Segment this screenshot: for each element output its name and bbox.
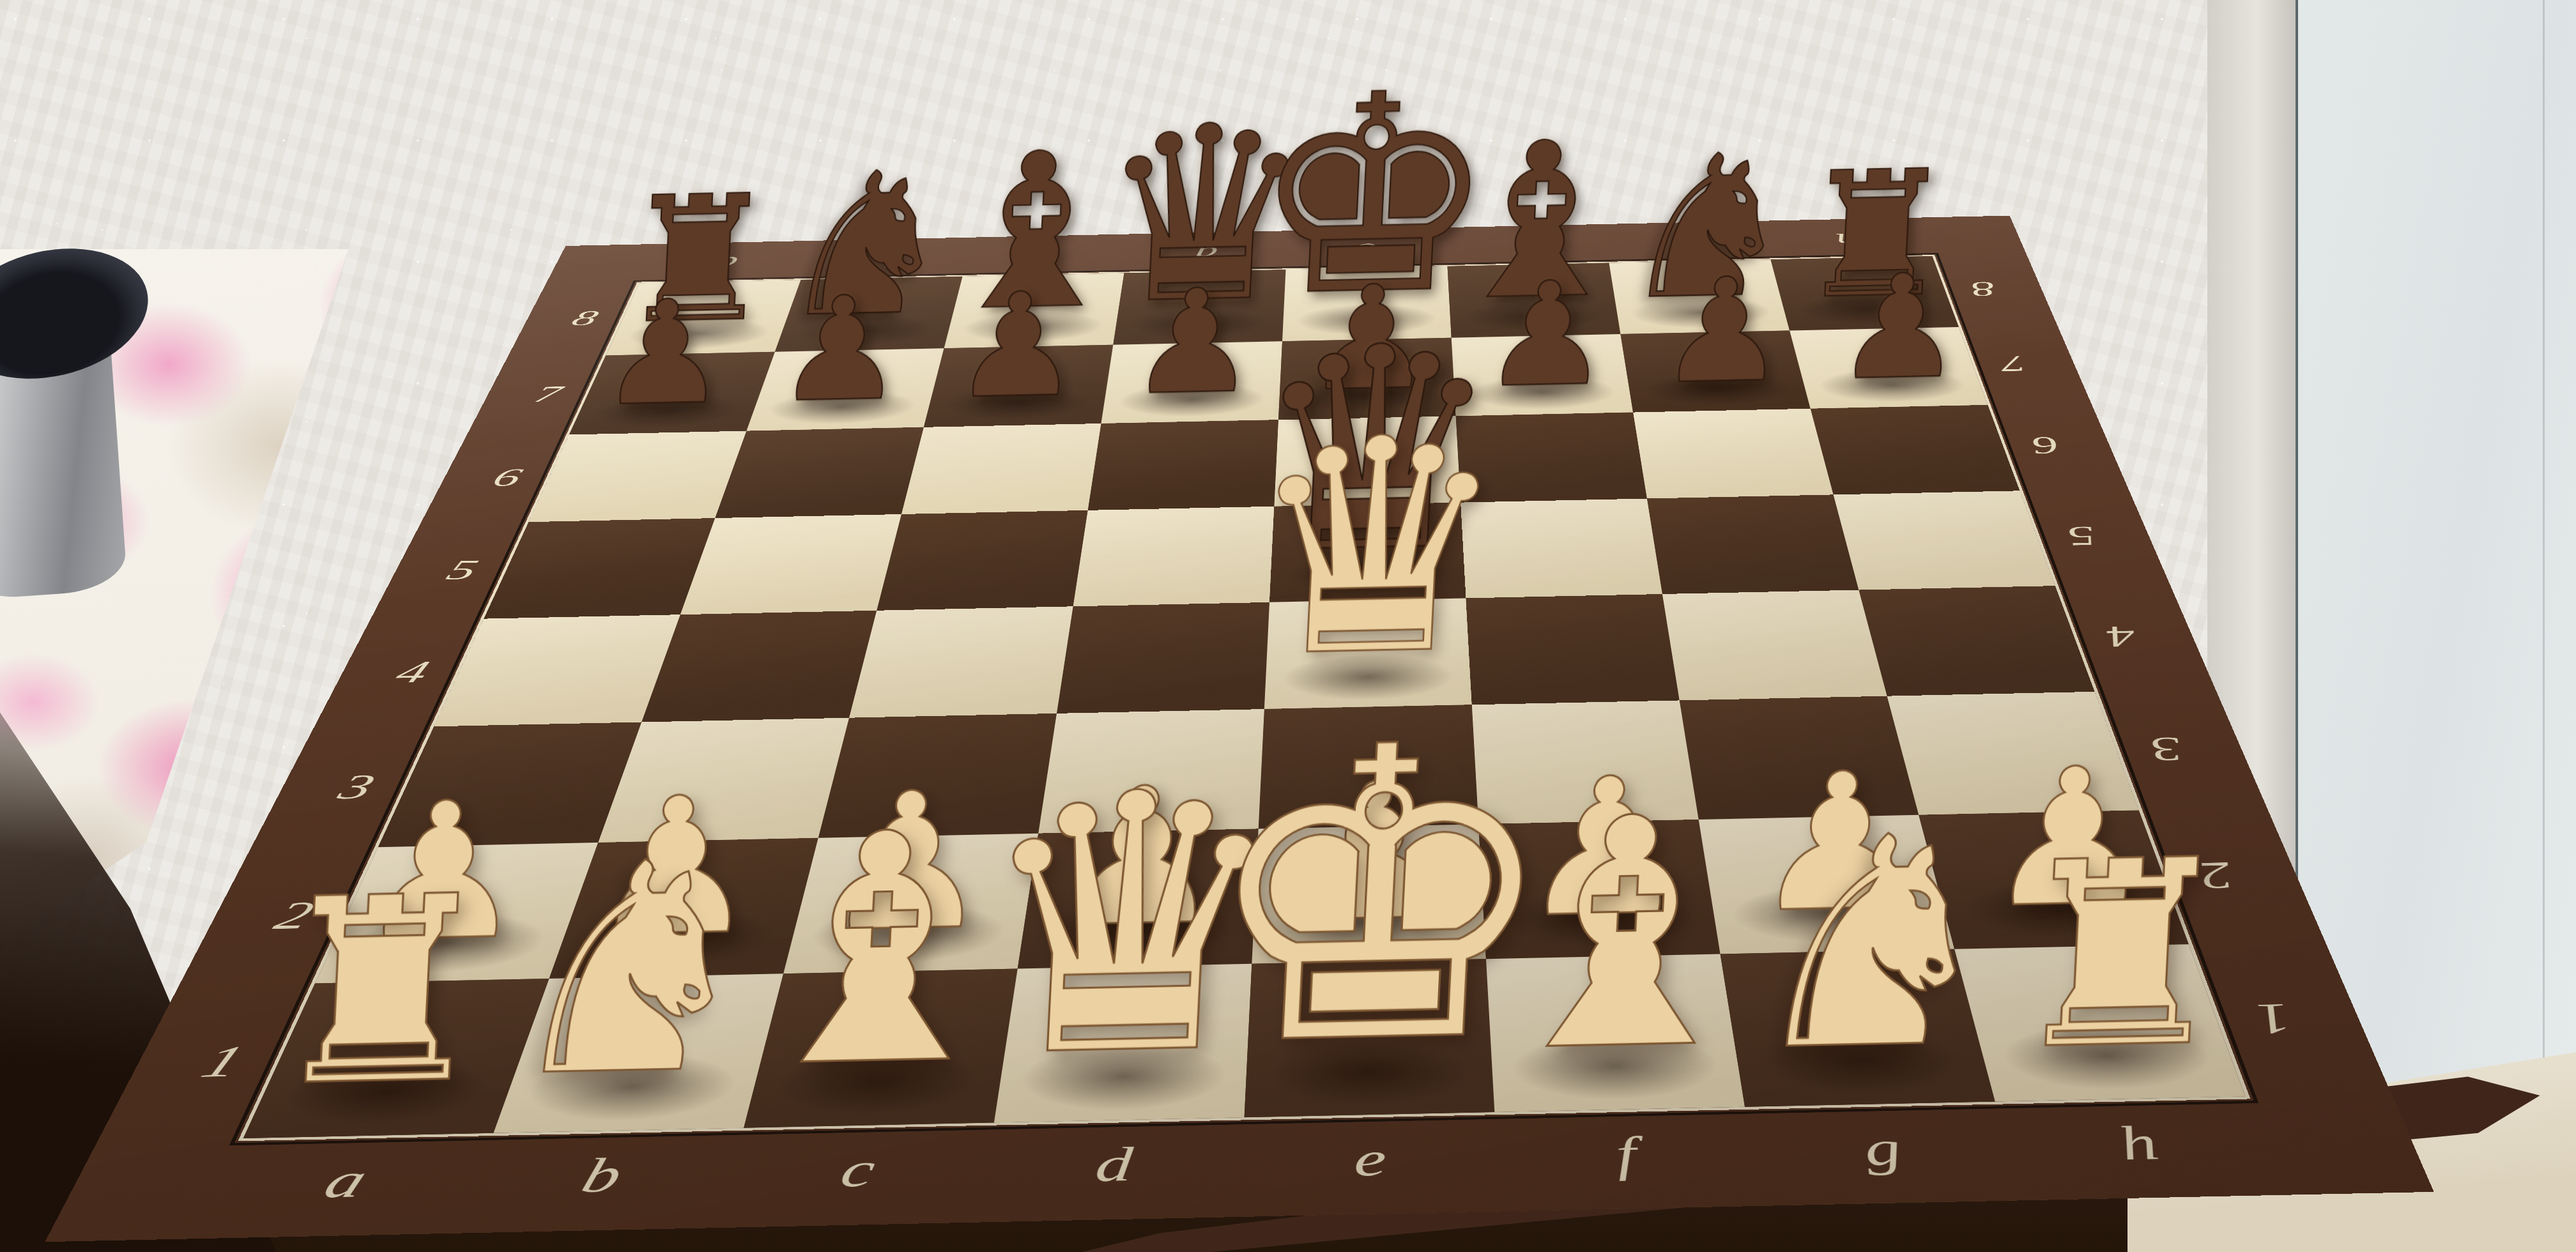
piece-black-pawn[interactable]: ♟ — [950, 273, 1085, 418]
board-square[interactable] — [1662, 590, 1887, 701]
piece-white-knight[interactable]: ♞ — [494, 823, 767, 1117]
piece-white-knight[interactable]: ♞ — [1737, 797, 2009, 1091]
board-square[interactable] — [715, 427, 924, 518]
board-square[interactable]: ♟ — [746, 348, 944, 431]
coordinate-label-cell: c — [720, 1130, 992, 1211]
coordinate-label-cell: f — [1496, 1114, 1761, 1195]
piece-black-pawn[interactable]: ♟ — [774, 277, 908, 422]
board-square[interactable] — [1647, 494, 1859, 594]
coordinate-label-cell: b — [461, 1135, 740, 1217]
piece-black-pawn[interactable]: ♟ — [1656, 258, 1791, 404]
coordinate-label-cell: a — [201, 1140, 488, 1222]
piece-white-rook[interactable]: ♜ — [261, 862, 502, 1122]
piece-black-pawn[interactable]: ♟ — [597, 280, 732, 426]
piece-white-queen[interactable]: ♛ — [1236, 398, 1514, 699]
board-square[interactable] — [641, 611, 877, 722]
coordinate-label-cell: e — [1240, 1119, 1500, 1200]
board-square[interactable] — [1834, 491, 2055, 590]
coordinate-label: 5 — [441, 554, 484, 586]
coordinate-label: 4 — [2100, 619, 2143, 654]
board-square[interactable] — [901, 424, 1101, 514]
board-square[interactable]: ♟ — [569, 352, 775, 435]
board-square[interactable] — [1859, 586, 2094, 696]
coordinate-label: 7 — [529, 381, 567, 408]
board-square[interactable]: ♞ — [1721, 949, 1995, 1107]
coordinate-label: 5 — [2062, 520, 2101, 552]
coordinate-label: g — [1674, 232, 1701, 254]
board-square[interactable]: ♟ — [1790, 327, 1988, 409]
coordinate-label: f — [1613, 1126, 1639, 1182]
piece-white-bishop[interactable]: ♝ — [1477, 775, 1775, 1096]
coordinate-label: 1 — [193, 1036, 252, 1088]
coordinate-label: 6 — [487, 463, 528, 492]
board-square[interactable]: ♟ — [924, 345, 1113, 427]
coordinate-label: d — [1093, 1136, 1135, 1193]
board-square[interactable] — [528, 431, 746, 523]
piece-black-pawn[interactable]: ♟ — [1832, 254, 1967, 400]
coordinate-label: e — [1357, 239, 1377, 261]
coordinate-label: a — [316, 1152, 376, 1210]
coordinate-label: 1 — [2246, 994, 2301, 1045]
coordinate-label: e — [1354, 1131, 1386, 1188]
coordinate-label-cell: g — [1748, 1109, 2020, 1189]
coordinate-label: 4 — [390, 655, 436, 691]
coordinate-label: c — [836, 1141, 880, 1198]
board-square[interactable] — [484, 518, 715, 619]
coordinate-label-cell: h — [2000, 1103, 2280, 1184]
coordinate-label: 8 — [1967, 277, 2000, 301]
coordinate-label-cell: d — [980, 1124, 1244, 1205]
board-square[interactable]: ♟ — [1620, 331, 1810, 413]
board-square[interactable] — [680, 514, 901, 615]
wall-panel-seam — [2543, 0, 2545, 1143]
photo-scene: 12345678 12345678 abcdefgh abcdefgh ♜♞♝♛… — [0, 0, 2576, 1252]
steel-mug — [0, 259, 152, 604]
wall-panel-right — [2298, 0, 2576, 1143]
board-square[interactable]: ♝ — [1486, 954, 1745, 1112]
coordinate-label: b — [575, 1147, 629, 1204]
coordinate-label: c — [1034, 245, 1059, 268]
coordinate-label: f — [1520, 236, 1535, 258]
coordinate-label: 8 — [567, 306, 602, 330]
board-square[interactable] — [1811, 405, 2020, 494]
board-square[interactable]: ♚ — [1245, 959, 1495, 1117]
coordinate-label: 6 — [2027, 431, 2064, 460]
coordinate-label: g — [1858, 1120, 1906, 1177]
board-square[interactable] — [1633, 409, 1833, 499]
piece-black-pawn[interactable]: ♟ — [1126, 269, 1261, 415]
coordinate-label: h — [2111, 1115, 2165, 1172]
coordinate-label: d — [1194, 242, 1219, 264]
board-square[interactable] — [877, 510, 1087, 611]
coordinate-label: 7 — [1995, 351, 2030, 377]
board-square[interactable] — [849, 606, 1073, 717]
